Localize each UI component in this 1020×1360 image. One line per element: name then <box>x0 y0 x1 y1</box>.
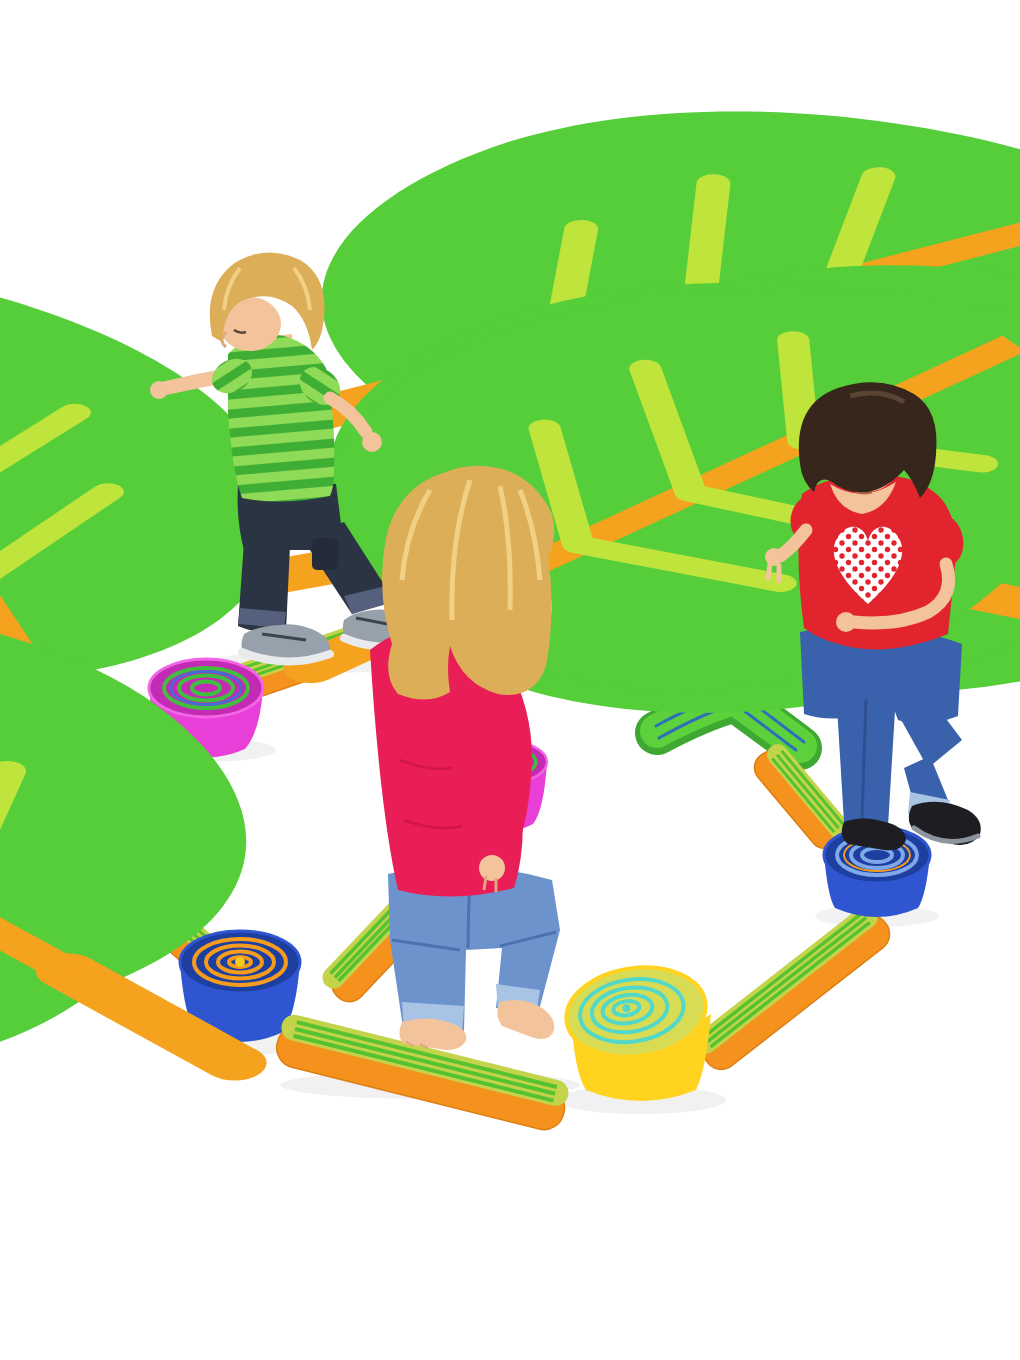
girl-right-hair <box>799 382 937 498</box>
girl-center-head <box>382 466 554 700</box>
girl-center-hair <box>382 466 554 700</box>
scene-illustration <box>0 0 1020 1360</box>
child-girl-center <box>370 466 560 1050</box>
girl-center-hand <box>479 855 505 881</box>
product-photo-stage <box>0 0 1020 1360</box>
girl-right-right-hand <box>836 612 856 632</box>
boy-left-hand <box>150 381 168 399</box>
boy-head <box>210 252 325 351</box>
boy-shirt <box>228 335 334 502</box>
log-beam-bottom-right <box>690 901 896 1076</box>
girl-right-head <box>799 382 937 498</box>
stump-yellow <box>561 959 712 1101</box>
boy-right-hand <box>362 432 382 452</box>
